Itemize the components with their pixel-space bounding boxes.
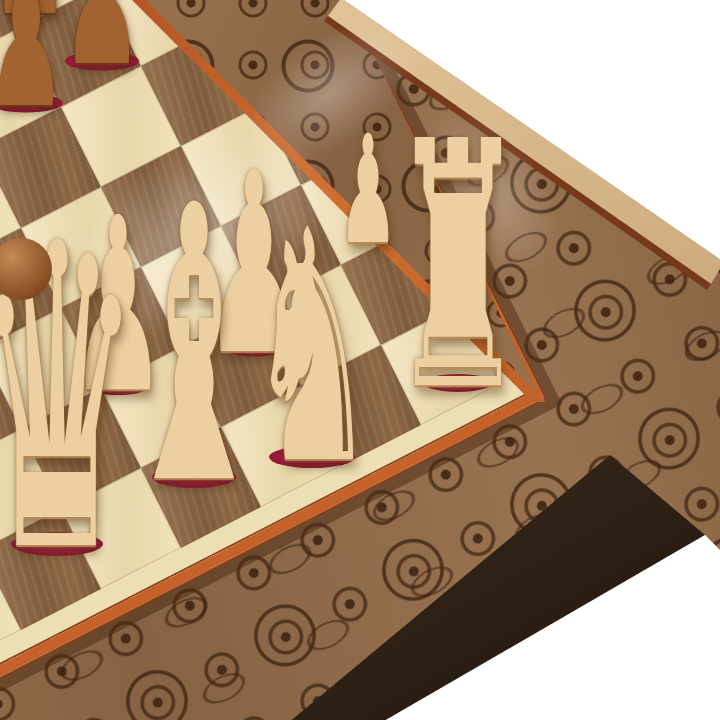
chess-board-photo: ♟♟♟♟♟♜♟♞♝♛ [0,0,720,720]
piece-black-pawn-e6: ♟ [0,0,66,136]
piece-white-rook-h1: ♜ [389,97,526,437]
pieces-layer: ♟♟♟♟♟♜♟♞♝♛ [0,0,720,720]
piece-black-pawn-f6: ♟ [62,0,143,94]
